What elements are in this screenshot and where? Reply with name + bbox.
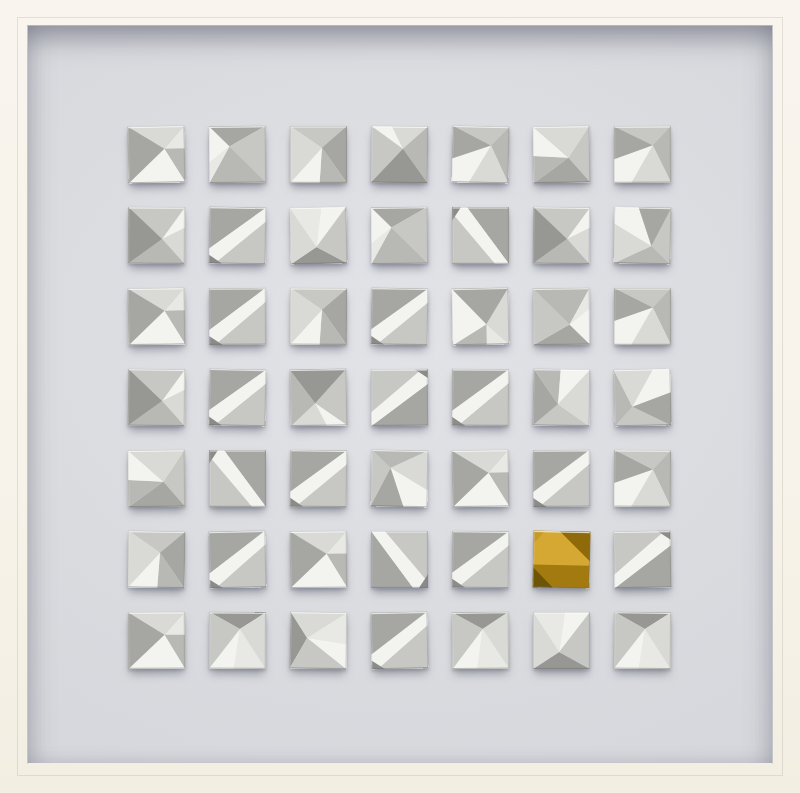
origami-tile [128,531,186,589]
origami-tile [533,450,590,507]
origami-tile [614,612,672,670]
origami-tile [127,125,185,183]
origami-tile [209,450,266,507]
origami-tile [290,288,347,345]
origami-tile [371,207,429,265]
origami-tile [533,288,591,346]
origami-tile [452,207,509,264]
origami-tile [533,369,591,427]
origami-tile [290,126,347,183]
origami-tile [209,612,266,669]
origami-tile [208,368,266,426]
origami-tile [614,531,672,589]
origami-tile [371,369,428,426]
origami-tile [371,531,428,588]
origami-tile [209,207,267,265]
origami-tile [289,206,347,264]
origami-tile [370,611,428,669]
gold-tile [532,530,590,588]
origami-tile [451,287,509,345]
origami-tile [128,207,185,264]
origami-tile [290,612,348,670]
origami-tile [128,612,185,669]
origami-tile [371,288,429,346]
origami-tile [290,369,348,427]
origami-tile [128,450,186,508]
origami-tile [370,449,428,507]
origami-tile [208,530,266,588]
origami-tile [128,369,186,427]
origami-tile [614,288,671,345]
origami-tile [452,369,509,426]
origami-tile [290,531,348,589]
origami-tile [614,450,671,507]
origami-tile [290,450,348,508]
origami-tile [452,612,510,670]
origami-tile [614,126,671,183]
origami-tile [613,368,671,426]
origami-tile [128,288,186,346]
origami-tile [533,126,591,184]
origami-tile [613,206,671,264]
origami-tile [371,126,429,184]
origami-tile [452,450,510,508]
origami-tile [452,531,510,589]
origami-tile [209,126,267,184]
tile-grid [128,126,671,669]
origami-tile [533,612,590,669]
origami-tile [209,288,266,345]
origami-tile [451,125,509,183]
origami-tile [533,207,591,265]
